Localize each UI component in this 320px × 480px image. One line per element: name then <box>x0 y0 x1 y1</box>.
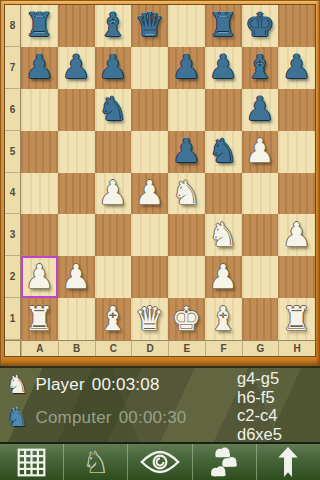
rank-label: 6 <box>5 89 21 131</box>
square-d4[interactable]: ♟ <box>131 173 168 215</box>
square-b6[interactable] <box>58 89 95 131</box>
blue-knight-icon: ♞ <box>6 405 28 430</box>
square-g3[interactable] <box>242 214 279 256</box>
square-g8[interactable]: ♚ <box>242 5 279 47</box>
white-p-piece: ♟ <box>135 176 165 209</box>
square-f5[interactable]: ♞ <box>205 131 242 173</box>
computer-time: 00:00:30 <box>119 408 187 428</box>
theme-button[interactable] <box>192 444 256 480</box>
square-h8[interactable] <box>278 5 315 47</box>
square-d7[interactable] <box>131 47 168 89</box>
rank-label: 1 <box>5 298 21 340</box>
white-knight-icon: ♞ <box>6 372 28 397</box>
square-b8[interactable] <box>58 5 95 47</box>
black-p-piece: ♟ <box>282 50 312 83</box>
white-p-piece: ♟ <box>25 260 55 293</box>
file-label: E <box>168 340 205 356</box>
square-d5[interactable] <box>131 131 168 173</box>
square-f1[interactable]: ♝ <box>205 298 242 340</box>
rank-label: 2 <box>5 256 21 298</box>
black-k-piece: ♚ <box>245 8 275 41</box>
file-label: C <box>95 340 132 356</box>
eye-icon <box>140 450 180 474</box>
white-b-piece: ♝ <box>208 302 238 335</box>
square-c8[interactable]: ♝ <box>95 5 132 47</box>
square-g6[interactable]: ♟ <box>242 89 279 131</box>
black-p-piece: ♟ <box>172 50 202 83</box>
square-e5[interactable]: ♟ <box>168 131 205 173</box>
black-p-piece: ♟ <box>98 50 128 83</box>
square-c1[interactable]: ♝ <box>95 298 132 340</box>
new-game-button[interactable] <box>0 444 63 480</box>
black-r-piece: ♜ <box>25 8 55 41</box>
analysis-button[interactable] <box>127 444 191 480</box>
move-entry: h6-f5 <box>237 388 307 407</box>
square-d8[interactable]: ♛ <box>131 5 168 47</box>
player-clock-row: ♞ Player 00:03:08 <box>6 372 160 397</box>
scenery-icon <box>206 447 242 478</box>
white-p-piece: ♟ <box>98 176 128 209</box>
file-label: D <box>131 340 168 356</box>
black-r-piece: ♜ <box>208 8 238 41</box>
square-e4[interactable]: ♞ <box>168 173 205 215</box>
black-q-piece: ♛ <box>135 8 165 41</box>
square-e1[interactable]: ♚ <box>168 298 205 340</box>
square-d6[interactable] <box>131 89 168 131</box>
square-f7[interactable]: ♟ <box>205 47 242 89</box>
white-r-piece: ♜ <box>282 302 312 335</box>
square-f3[interactable]: ♞ <box>205 214 242 256</box>
white-k-piece: ♚ <box>172 302 202 335</box>
square-f4[interactable] <box>205 173 242 215</box>
square-c3[interactable] <box>95 214 132 256</box>
square-c7[interactable]: ♟ <box>95 47 132 89</box>
square-b7[interactable]: ♟ <box>58 47 95 89</box>
file-label: H <box>278 340 315 356</box>
square-h7[interactable]: ♟ <box>278 47 315 89</box>
black-p-piece: ♟ <box>172 134 202 167</box>
file-label: B <box>58 340 95 356</box>
square-g1[interactable] <box>242 298 279 340</box>
file-label: A <box>21 340 58 356</box>
square-h6[interactable] <box>278 89 315 131</box>
black-b-piece: ♝ <box>98 8 128 41</box>
rank-label: 3 <box>5 214 21 256</box>
white-n-piece: ♞ <box>172 176 202 209</box>
move-entry: c2-c4 <box>237 406 307 425</box>
square-e7[interactable]: ♟ <box>168 47 205 89</box>
square-b2[interactable]: ♟ <box>58 256 95 298</box>
rank-label: 5 <box>5 131 21 173</box>
move-list: g4-g5h6-f5c2-c4d6xe5 <box>237 369 307 443</box>
square-b3[interactable] <box>58 214 95 256</box>
info-panel: ♞ Player 00:03:08 ♞ Computer 00:00:30 g4… <box>0 366 320 442</box>
square-f2[interactable]: ♟ <box>205 256 242 298</box>
rank-label: 4 <box>5 173 21 215</box>
up-arrow-icon <box>278 447 298 477</box>
white-q-piece: ♛ <box>135 302 165 335</box>
square-h4[interactable] <box>278 173 315 215</box>
square-e2[interactable] <box>168 256 205 298</box>
square-d1[interactable]: ♛ <box>131 298 168 340</box>
rank-label: 7 <box>5 47 21 89</box>
square-b5[interactable] <box>58 131 95 173</box>
square-d3[interactable] <box>131 214 168 256</box>
square-a7[interactable]: ♟ <box>21 47 58 89</box>
board-frame: 8♜♝♛♜♚7♟♟♟♟♟♝♟6♞♟5♟♞♟4♟♟♞3♞♟2♟♟♟1♜♝♛♚♝♜A… <box>0 0 320 366</box>
move-entry: g4-g5 <box>237 369 307 388</box>
black-n-piece: ♞ <box>208 134 238 167</box>
square-g2[interactable] <box>242 256 279 298</box>
corner-cell <box>5 340 21 356</box>
black-b-piece: ♝ <box>245 50 275 83</box>
square-a3[interactable] <box>21 214 58 256</box>
square-h2[interactable] <box>278 256 315 298</box>
file-label: G <box>242 340 279 356</box>
square-f8[interactable]: ♜ <box>205 5 242 47</box>
black-p-piece: ♟ <box>208 50 238 83</box>
square-h3[interactable]: ♟ <box>278 214 315 256</box>
white-n-piece: ♞ <box>208 218 238 251</box>
black-p-piece: ♟ <box>25 50 55 83</box>
square-c2[interactable] <box>95 256 132 298</box>
square-g5[interactable]: ♟ <box>242 131 279 173</box>
chess-board: 8♜♝♛♜♚7♟♟♟♟♟♝♟6♞♟5♟♞♟4♟♟♞3♞♟2♟♟♟1♜♝♛♚♝♜A… <box>4 4 316 357</box>
square-a5[interactable] <box>21 131 58 173</box>
white-b-piece: ♝ <box>98 302 128 335</box>
square-c5[interactable] <box>95 131 132 173</box>
square-e6[interactable] <box>168 89 205 131</box>
square-a1[interactable]: ♜ <box>21 298 58 340</box>
square-e3[interactable] <box>168 214 205 256</box>
square-a6[interactable] <box>21 89 58 131</box>
undo-button[interactable] <box>256 444 320 480</box>
square-c4[interactable]: ♟ <box>95 173 132 215</box>
square-g4[interactable] <box>242 173 279 215</box>
board-grid-icon <box>17 448 46 477</box>
black-p-piece: ♟ <box>245 92 275 125</box>
square-a4[interactable] <box>21 173 58 215</box>
square-b1[interactable] <box>58 298 95 340</box>
square-g7[interactable]: ♝ <box>242 47 279 89</box>
file-label: F <box>205 340 242 356</box>
square-h5[interactable] <box>278 131 315 173</box>
computer-clock-row: ♞ Computer 00:00:30 <box>6 405 186 430</box>
toolbar: ♘ <box>0 442 320 480</box>
square-a2[interactable]: ♟ <box>21 256 58 298</box>
knight-icon: ♘ <box>82 447 110 478</box>
square-a8[interactable]: ♜ <box>21 5 58 47</box>
white-p-piece: ♟ <box>61 260 91 293</box>
computer-label: Computer <box>35 408 111 428</box>
rank-label: 8 <box>5 5 21 47</box>
play-mode-button[interactable]: ♘ <box>63 444 127 480</box>
black-n-piece: ♞ <box>98 92 128 125</box>
white-p-piece: ♟ <box>245 134 275 167</box>
white-p-piece: ♟ <box>282 218 312 251</box>
player-time: 00:03:08 <box>92 375 160 395</box>
white-p-piece: ♟ <box>208 260 238 293</box>
square-e8[interactable] <box>168 5 205 47</box>
square-h1[interactable]: ♜ <box>278 298 315 340</box>
white-r-piece: ♜ <box>25 302 55 335</box>
square-d2[interactable] <box>131 256 168 298</box>
move-entry: d6xe5 <box>237 425 307 444</box>
player-label: Player <box>35 375 84 395</box>
square-c6[interactable]: ♞ <box>95 89 132 131</box>
black-p-piece: ♟ <box>61 50 91 83</box>
square-f6[interactable] <box>205 89 242 131</box>
square-b4[interactable] <box>58 173 95 215</box>
